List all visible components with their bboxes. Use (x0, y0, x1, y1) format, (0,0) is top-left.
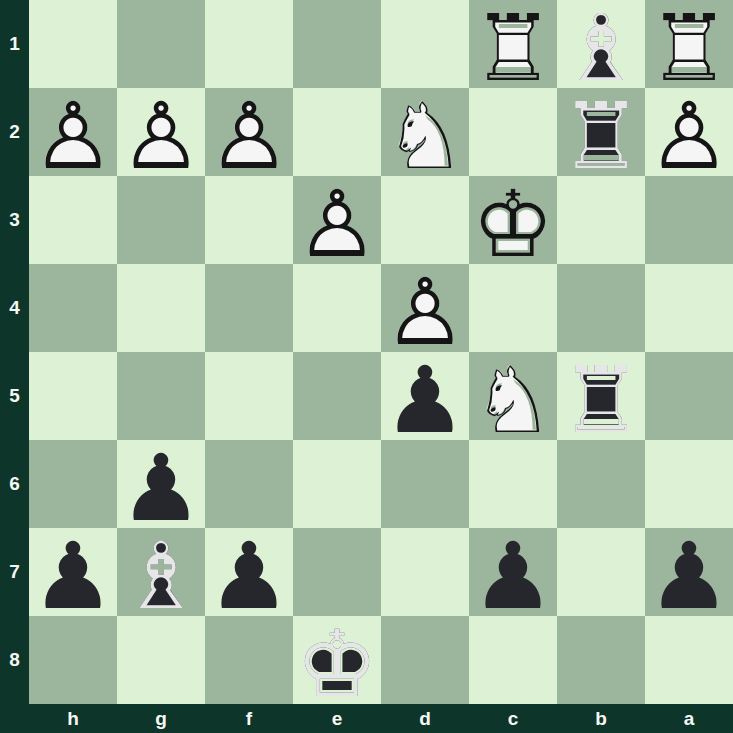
square-g2[interactable]: ♟♙ (117, 88, 205, 176)
piece-black-king[interactable]: ♚♔ (293, 616, 381, 704)
square-h2[interactable]: ♟♙ (29, 88, 117, 176)
square-g3[interactable] (117, 176, 205, 264)
white-rook-outline-icon: ♖ (645, 5, 733, 93)
square-c4[interactable] (469, 264, 557, 352)
white-king-icon: ♚ (469, 181, 557, 269)
square-g4[interactable] (117, 264, 205, 352)
white-pawn-outline-icon: ♙ (645, 93, 733, 181)
file-label-f: f (205, 704, 293, 733)
square-e5[interactable] (293, 352, 381, 440)
rank-label-6: 6 (0, 440, 29, 528)
piece-white-pawn[interactable]: ♟♙ (117, 88, 205, 176)
square-d2[interactable]: ♞♘ (381, 88, 469, 176)
square-d4[interactable]: ♟♙ (381, 264, 469, 352)
square-e8[interactable]: ♚♔ (293, 616, 381, 704)
black-pawn-icon: ♟ (117, 445, 205, 533)
black-king-icon: ♚ (293, 621, 381, 709)
rank-label-2: 2 (0, 88, 29, 176)
piece-white-rook[interactable]: ♜♖ (645, 0, 733, 88)
file-label-e: e (293, 704, 381, 733)
square-f7[interactable]: ♟♙ (205, 528, 293, 616)
white-pawn-outline-icon: ♙ (29, 93, 117, 181)
piece-black-rook[interactable]: ♜♖ (557, 88, 645, 176)
piece-white-king[interactable]: ♚♔ (469, 176, 557, 264)
square-d7[interactable] (381, 528, 469, 616)
square-e7[interactable] (293, 528, 381, 616)
square-c7[interactable]: ♟♙ (469, 528, 557, 616)
piece-white-knight[interactable]: ♞♘ (469, 352, 557, 440)
black-bishop-icon: ♝ (557, 5, 645, 93)
black-bishop-icon: ♝ (117, 533, 205, 621)
square-b4[interactable] (557, 264, 645, 352)
white-pawn-icon: ♟ (381, 269, 469, 357)
square-e3[interactable]: ♟♙ (293, 176, 381, 264)
rank-label-1: 1 (0, 0, 29, 88)
black-pawn-icon: ♟ (381, 357, 469, 445)
square-d5[interactable]: ♟♙ (381, 352, 469, 440)
square-d6[interactable] (381, 440, 469, 528)
white-pawn-outline-icon: ♙ (205, 93, 293, 181)
square-h7[interactable]: ♟♙ (29, 528, 117, 616)
square-b3[interactable] (557, 176, 645, 264)
piece-black-bishop[interactable]: ♝♗ (557, 0, 645, 88)
piece-black-rook[interactable]: ♜♖ (557, 352, 645, 440)
white-pawn-icon: ♟ (293, 181, 381, 269)
white-pawn-outline-icon: ♙ (117, 93, 205, 181)
rank-label-4: 4 (0, 264, 29, 352)
square-f3[interactable] (205, 176, 293, 264)
black-pawn-icon: ♟ (29, 533, 117, 621)
piece-white-rook[interactable]: ♜♖ (469, 0, 557, 88)
piece-white-pawn[interactable]: ♟♙ (381, 264, 469, 352)
file-label-c: c (469, 704, 557, 733)
black-king-outline-icon: ♔ (293, 621, 381, 709)
rank-label-5: 5 (0, 352, 29, 440)
square-a3[interactable] (645, 176, 733, 264)
square-g5[interactable] (117, 352, 205, 440)
piece-black-pawn[interactable]: ♟♙ (205, 528, 293, 616)
white-knight-icon: ♞ (381, 93, 469, 181)
square-a4[interactable] (645, 264, 733, 352)
black-rook-icon: ♜ (557, 357, 645, 445)
square-a7[interactable]: ♟♙ (645, 528, 733, 616)
square-a8[interactable] (645, 616, 733, 704)
square-f5[interactable] (205, 352, 293, 440)
black-pawn-icon: ♟ (645, 533, 733, 621)
black-pawn-icon: ♟ (205, 533, 293, 621)
square-h3[interactable] (29, 176, 117, 264)
square-g6[interactable]: ♟♙ (117, 440, 205, 528)
square-c8[interactable] (469, 616, 557, 704)
square-a1[interactable]: ♜♖ (645, 0, 733, 88)
white-knight-icon: ♞ (469, 357, 557, 445)
square-g7[interactable]: ♝♗ (117, 528, 205, 616)
square-d8[interactable] (381, 616, 469, 704)
white-pawn-icon: ♟ (117, 93, 205, 181)
square-h6[interactable] (29, 440, 117, 528)
board-corner (0, 704, 29, 733)
square-b6[interactable] (557, 440, 645, 528)
file-label-h: h (29, 704, 117, 733)
square-e4[interactable] (293, 264, 381, 352)
square-d1[interactable] (381, 0, 469, 88)
square-f2[interactable]: ♟♙ (205, 88, 293, 176)
rank-label-8: 8 (0, 616, 29, 704)
black-bishop-outline-icon: ♗ (557, 5, 645, 93)
piece-black-pawn[interactable]: ♟♙ (469, 528, 557, 616)
piece-black-bishop[interactable]: ♝♗ (117, 528, 205, 616)
square-c2[interactable] (469, 88, 557, 176)
file-label-d: d (381, 704, 469, 733)
square-f4[interactable] (205, 264, 293, 352)
square-b7[interactable] (557, 528, 645, 616)
square-e6[interactable] (293, 440, 381, 528)
piece-white-pawn[interactable]: ♟♙ (645, 88, 733, 176)
piece-black-pawn[interactable]: ♟♙ (117, 440, 205, 528)
piece-white-pawn[interactable]: ♟♙ (205, 88, 293, 176)
square-h1[interactable] (29, 0, 117, 88)
square-a2[interactable]: ♟♙ (645, 88, 733, 176)
square-d3[interactable] (381, 176, 469, 264)
square-e1[interactable] (293, 0, 381, 88)
square-e2[interactable] (293, 88, 381, 176)
square-h4[interactable] (29, 264, 117, 352)
square-c3[interactable]: ♚♔ (469, 176, 557, 264)
piece-white-pawn[interactable]: ♟♙ (29, 88, 117, 176)
black-pawn-icon: ♟ (469, 533, 557, 621)
square-h5[interactable] (29, 352, 117, 440)
square-c5[interactable]: ♞♘ (469, 352, 557, 440)
piece-white-knight[interactable]: ♞♘ (381, 88, 469, 176)
square-g1[interactable] (117, 0, 205, 88)
rank-label-7: 7 (0, 528, 29, 616)
piece-black-pawn[interactable]: ♟♙ (645, 528, 733, 616)
piece-black-pawn[interactable]: ♟♙ (29, 528, 117, 616)
chess-board: 1♜♖♝♗♜♖2♟♙♟♙♟♙♞♘♜♖♟♙3♟♙♚♔4♟♙5♟♙♞♘♜♖6♟♙7♟… (0, 0, 733, 733)
square-h8[interactable] (29, 616, 117, 704)
square-b5[interactable]: ♜♖ (557, 352, 645, 440)
white-rook-icon: ♜ (645, 5, 733, 93)
square-b2[interactable]: ♜♖ (557, 88, 645, 176)
black-bishop-outline-icon: ♗ (117, 533, 205, 621)
file-label-a: a (645, 704, 733, 733)
rank-label-3: 3 (0, 176, 29, 264)
white-rook-icon: ♜ (469, 5, 557, 93)
white-knight-outline-icon: ♘ (381, 93, 469, 181)
white-pawn-icon: ♟ (29, 93, 117, 181)
white-pawn-icon: ♟ (205, 93, 293, 181)
white-knight-outline-icon: ♘ (469, 357, 557, 445)
square-c1[interactable]: ♜♖ (469, 0, 557, 88)
white-pawn-outline-icon: ♙ (293, 181, 381, 269)
file-label-g: g (117, 704, 205, 733)
square-a5[interactable] (645, 352, 733, 440)
black-rook-outline-icon: ♖ (557, 93, 645, 181)
square-a6[interactable] (645, 440, 733, 528)
white-king-outline-icon: ♔ (469, 181, 557, 269)
square-f6[interactable] (205, 440, 293, 528)
square-g8[interactable] (117, 616, 205, 704)
square-f1[interactable] (205, 0, 293, 88)
white-rook-outline-icon: ♖ (469, 5, 557, 93)
black-rook-outline-icon: ♖ (557, 357, 645, 445)
piece-black-pawn[interactable]: ♟♙ (381, 352, 469, 440)
white-pawn-outline-icon: ♙ (381, 269, 469, 357)
piece-white-pawn[interactable]: ♟♙ (293, 176, 381, 264)
black-rook-icon: ♜ (557, 93, 645, 181)
square-c6[interactable] (469, 440, 557, 528)
file-label-b: b (557, 704, 645, 733)
square-b1[interactable]: ♝♗ (557, 0, 645, 88)
square-b8[interactable] (557, 616, 645, 704)
square-f8[interactable] (205, 616, 293, 704)
white-pawn-icon: ♟ (645, 93, 733, 181)
